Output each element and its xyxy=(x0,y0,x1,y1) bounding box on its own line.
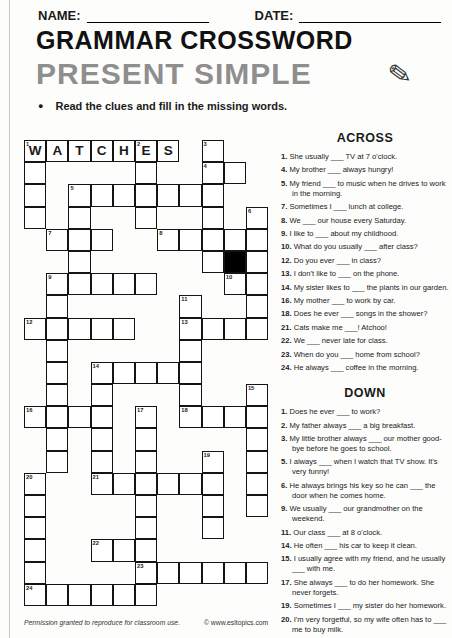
prefilled-letter: A xyxy=(52,144,62,158)
clue-number: 8 xyxy=(159,230,162,237)
clue-number: 5 xyxy=(70,185,73,192)
grid-cell[interactable] xyxy=(113,539,135,561)
grid-cell[interactable] xyxy=(68,207,90,229)
clue-item-number: 5. xyxy=(281,179,289,188)
grid-cell[interactable] xyxy=(179,384,201,406)
clue-number: 20 xyxy=(26,474,32,481)
grid-cell[interactable]: 23 xyxy=(135,562,157,584)
grid-cell[interactable]: H xyxy=(113,140,135,162)
prefilled-letter: H xyxy=(119,144,129,158)
name-date-row: NAME: DATE: xyxy=(38,8,444,23)
clue-item: 9. I like to ___ about my childhood. xyxy=(281,229,449,239)
grid-cell[interactable] xyxy=(224,406,246,428)
grid-cell[interactable] xyxy=(68,584,90,606)
name-label: NAME: xyxy=(38,8,81,23)
across-clue-list: 1. She usually ___ TV at 7 o'clock.4. My… xyxy=(281,152,449,373)
down-clue-list: 1. Does he ever ___ to work?2. My father… xyxy=(281,407,449,635)
grid-cell[interactable] xyxy=(113,318,135,340)
grid-cell[interactable] xyxy=(68,251,90,273)
clue-number: 7 xyxy=(48,230,51,237)
grid-cell[interactable]: 3 xyxy=(202,140,224,162)
grid-cell[interactable]: 2E xyxy=(135,140,157,162)
grid-cell[interactable] xyxy=(224,318,246,340)
grid-cell[interactable] xyxy=(202,406,224,428)
grid-cell[interactable] xyxy=(135,362,157,384)
grid-cell[interactable] xyxy=(246,473,268,495)
clue-item: 10. What do you usually ___ after class? xyxy=(281,242,449,252)
grid-cell[interactable] xyxy=(202,207,224,229)
clue-item: 7. Sometimes I ___ lunch at college. xyxy=(281,202,449,212)
prefilled-letter: W xyxy=(29,144,42,158)
grid-cell[interactable] xyxy=(135,495,157,517)
clue-item: 14. My sister likes to ___ the plants in… xyxy=(281,283,449,293)
clues-panel: ACROSS 1. She usually ___ TV at 7 o'cloc… xyxy=(281,131,449,638)
clue-number: 6 xyxy=(248,208,251,215)
clue-number: 18 xyxy=(181,407,187,414)
grid-cell[interactable]: 21 xyxy=(91,473,113,495)
grid-cell[interactable] xyxy=(24,562,46,584)
grid-cell[interactable] xyxy=(46,451,68,473)
grid-cell[interactable] xyxy=(179,362,201,384)
grid-cell[interactable] xyxy=(46,295,68,317)
clue-item: 3. My little brother always ___ our moth… xyxy=(281,434,449,454)
clue-number: 2 xyxy=(137,141,140,148)
grid-cell[interactable]: 24 xyxy=(24,584,46,606)
grid-cell[interactable]: 5 xyxy=(68,184,90,206)
clue-number: 21 xyxy=(93,474,99,481)
clue-number: 23 xyxy=(137,563,143,570)
prefilled-letter: S xyxy=(164,144,173,158)
grid-cell[interactable]: 1W xyxy=(24,140,46,162)
grid-cell[interactable] xyxy=(246,495,268,517)
clue-item: 23. When do you ___ home from school? xyxy=(281,350,449,360)
grid-cell[interactable] xyxy=(157,184,179,206)
crossword-grid: 1WATCH2ES3456789101112131415161718192021… xyxy=(24,140,268,606)
clue-item: 6. He always brings his key so he can __… xyxy=(281,481,449,501)
page-margin-line xyxy=(9,0,10,638)
grid-cell[interactable] xyxy=(246,229,268,251)
grid-cell[interactable] xyxy=(113,273,135,295)
grid-cell[interactable]: 15 xyxy=(246,384,268,406)
clue-item-number: 15. xyxy=(281,554,294,563)
grid-cell[interactable] xyxy=(24,517,46,539)
grid-cell[interactable] xyxy=(135,584,157,606)
grid-cell[interactable]: 9 xyxy=(46,273,68,295)
clue-item-number: 24. xyxy=(281,363,294,372)
clue-item-number: 19. xyxy=(281,601,294,610)
grid-cell[interactable] xyxy=(202,318,224,340)
bullet-icon: ● xyxy=(38,101,43,111)
clue-number: 11 xyxy=(181,296,187,303)
grid-cell[interactable] xyxy=(246,562,268,584)
clue-number: 10 xyxy=(226,274,232,281)
grid-cell[interactable] xyxy=(24,207,46,229)
grid-cell[interactable] xyxy=(202,517,224,539)
grid-cell[interactable] xyxy=(135,162,157,184)
grid-cell[interactable] xyxy=(46,362,68,384)
clue-item-number: 22. xyxy=(281,336,294,345)
clue-item-number: 16. xyxy=(281,296,294,305)
clue-item: 11. Our class ___ at 8 o'clock. xyxy=(281,528,449,538)
grid-cell[interactable] xyxy=(46,318,68,340)
grid-cell[interactable] xyxy=(24,184,46,206)
grid-cell[interactable] xyxy=(113,584,135,606)
grid-cell[interactable] xyxy=(135,451,157,473)
grid-cell[interactable]: A xyxy=(46,140,68,162)
down-heading: DOWN xyxy=(281,386,449,400)
grid-cell[interactable]: 17 xyxy=(135,406,157,428)
clue-item: 24. He always ___ coffee in the morning. xyxy=(281,363,449,373)
grid-cell[interactable] xyxy=(24,495,46,517)
page-subtitle: PRESENT SIMPLE xyxy=(36,57,312,91)
page-title: GRAMMAR CROSSWORD xyxy=(36,26,353,55)
clue-item-number: 11. xyxy=(281,528,293,537)
grid-cell[interactable]: 16 xyxy=(24,406,46,428)
grid-cell[interactable]: 8 xyxy=(157,229,179,251)
clue-item: 8. We ___ our house every Saturday. xyxy=(281,216,449,226)
grid-cell[interactable] xyxy=(179,184,201,206)
grid-cell[interactable] xyxy=(113,473,135,495)
grid-cell[interactable] xyxy=(91,428,113,450)
grid-cell[interactable]: 18 xyxy=(179,406,201,428)
clue-item-number: 21. xyxy=(281,323,294,332)
grid-cell[interactable] xyxy=(179,562,201,584)
clue-item: 4. My brother ___ always hungry! xyxy=(281,165,449,175)
clue-number: 15 xyxy=(248,385,254,392)
clue-item-number: 10. xyxy=(281,242,294,251)
grid-cell[interactable] xyxy=(224,162,246,184)
grid-cell[interactable] xyxy=(202,473,224,495)
grid-cell[interactable] xyxy=(202,184,224,206)
grid-cell[interactable]: 13 xyxy=(179,318,201,340)
clue-item-number: 2. xyxy=(281,421,289,430)
clue-item-number: 8. xyxy=(281,216,289,225)
grid-cell[interactable] xyxy=(68,273,90,295)
clue-item-number: 12. xyxy=(281,256,294,265)
grid-cell[interactable]: 6 xyxy=(246,207,268,229)
grid-cell[interactable] xyxy=(157,473,179,495)
clue-item-number: 23. xyxy=(281,350,294,359)
clue-item-number: 7. xyxy=(281,202,289,211)
clue-item-number: 4. xyxy=(281,165,289,174)
grid-cell[interactable]: 7 xyxy=(46,229,68,251)
clue-number: 17 xyxy=(137,407,143,414)
clue-item-number: 9. xyxy=(281,504,289,513)
clue-item: 21. Cats make me ___! Atchoo! xyxy=(281,323,449,333)
grid-cell[interactable] xyxy=(46,428,68,450)
grid-cell[interactable] xyxy=(179,340,201,362)
grid-cell[interactable] xyxy=(68,318,90,340)
clue-number: 24 xyxy=(26,585,32,592)
grid-cell[interactable]: T xyxy=(68,140,90,162)
clue-item: 22. We ___ never late for class. xyxy=(281,336,449,346)
clue-item: 1. Does he ever ___ to work? xyxy=(281,407,449,417)
grid-cell[interactable] xyxy=(113,362,135,384)
grid-cell[interactable] xyxy=(91,273,113,295)
grid-cell[interactable] xyxy=(91,229,113,251)
grid-cell[interactable] xyxy=(135,473,157,495)
clue-item: 5. I always ___ when I watch that TV sho… xyxy=(281,457,449,477)
grid-cell[interactable]: C xyxy=(91,140,113,162)
clue-item: 12. Do you ever ___ in class? xyxy=(281,256,449,266)
clue-item: 2. My father always ___ a big breakfast. xyxy=(281,421,449,431)
permission-text: Permission granted to reproduce for clas… xyxy=(24,619,180,626)
grid-cell[interactable]: 12 xyxy=(24,318,46,340)
grid-cell[interactable] xyxy=(24,539,46,561)
clue-number: 3 xyxy=(204,141,207,148)
grid-cell[interactable] xyxy=(91,384,113,406)
clue-item: 9. We usually ___ our grandmother on the… xyxy=(281,504,449,524)
grid-cell[interactable] xyxy=(246,251,268,273)
clue-item-number: 3. xyxy=(281,434,289,443)
grid-cell[interactable] xyxy=(68,229,90,251)
footer: Permission granted to reproduce for clas… xyxy=(24,619,444,626)
grid-cell[interactable] xyxy=(135,273,157,295)
grid-cell[interactable] xyxy=(46,584,68,606)
clue-item-number: 9. xyxy=(281,229,289,238)
clue-item: 13. I don't like to ___ on the phone. xyxy=(281,269,449,279)
grid-cell[interactable] xyxy=(179,229,201,251)
grid-cell[interactable] xyxy=(202,251,224,273)
clue-item-number: 6. xyxy=(281,481,289,490)
clue-item-number: 1. xyxy=(281,152,289,161)
clue-item: 17. She always ___ to do her homework. S… xyxy=(281,578,449,598)
clue-item-number: 18. xyxy=(281,309,294,318)
clue-number: 1 xyxy=(26,141,29,148)
grid-cell[interactable] xyxy=(135,184,157,206)
grid-cell[interactable] xyxy=(91,318,113,340)
grid-cell[interactable]: 11 xyxy=(179,295,201,317)
grid-cell[interactable]: 10 xyxy=(224,273,246,295)
prefilled-letter: C xyxy=(97,144,107,158)
grid-cell[interactable]: S xyxy=(157,140,179,162)
grid-cell[interactable] xyxy=(246,451,268,473)
grid-cell[interactable] xyxy=(246,273,268,295)
grid-cell[interactable] xyxy=(46,384,68,406)
clue-item-number: 5. xyxy=(281,457,289,466)
grid-cell[interactable] xyxy=(246,295,268,317)
grid-cell[interactable] xyxy=(135,539,157,561)
grid-cell[interactable]: 14 xyxy=(91,362,113,384)
blocked-cell xyxy=(224,251,246,273)
grid-cell[interactable] xyxy=(179,473,201,495)
clue-item-number: 13. xyxy=(281,269,294,278)
clue-number: 19 xyxy=(204,452,210,459)
copyright-text: © www.esltopics.com xyxy=(204,619,268,626)
clue-item: 16. My mother ___ to work by car. xyxy=(281,296,449,306)
prefilled-letter: T xyxy=(75,144,83,158)
grid-cell[interactable] xyxy=(157,562,179,584)
clue-number: 16 xyxy=(26,407,32,414)
grid-cell[interactable] xyxy=(202,495,224,517)
grid-cell[interactable]: 20 xyxy=(24,473,46,495)
grid-cell[interactable] xyxy=(91,451,113,473)
clue-number: 22 xyxy=(93,540,99,547)
grid-cell[interactable]: 4 xyxy=(202,162,224,184)
grid-cell[interactable] xyxy=(135,428,157,450)
grid-cell[interactable] xyxy=(91,406,113,428)
clue-item: 19. Sometimes I ___ my sister do her hom… xyxy=(281,601,449,611)
grid-cell[interactable] xyxy=(113,184,135,206)
grid-cell[interactable] xyxy=(246,428,268,450)
grid-cell[interactable] xyxy=(135,517,157,539)
grid-cell[interactable] xyxy=(246,406,268,428)
prefilled-letter: E xyxy=(142,144,151,158)
instruction-row: ● Read the clues and fill in the missing… xyxy=(38,100,287,112)
grid-cell[interactable] xyxy=(224,229,246,251)
clue-number: 14 xyxy=(93,363,99,370)
name-input-line[interactable] xyxy=(87,8,209,23)
date-input-line[interactable] xyxy=(299,8,441,23)
grid-cell[interactable] xyxy=(24,162,46,184)
grid-cell[interactable] xyxy=(224,562,246,584)
grid-cell[interactable] xyxy=(202,229,224,251)
date-label: DATE: xyxy=(255,8,294,23)
clue-number: 4 xyxy=(204,163,207,170)
grid-cell[interactable] xyxy=(91,184,113,206)
clue-number: 12 xyxy=(26,319,32,326)
clue-number: 9 xyxy=(48,274,51,281)
grid-cell[interactable]: 22 xyxy=(91,539,113,561)
clue-item: 1. She usually ___ TV at 7 o'clock. xyxy=(281,152,449,162)
grid-cell[interactable] xyxy=(135,207,157,229)
pencil-icon: ✎ xyxy=(386,57,414,93)
clue-item-number: 17. xyxy=(281,578,294,587)
clue-item: 14. He often ___ his car to keep it clea… xyxy=(281,541,449,551)
clue-item: 15. I usually agree with my friend, and … xyxy=(281,554,449,574)
grid-cell[interactable] xyxy=(46,340,68,362)
instruction-text: Read the clues and fill in the missing w… xyxy=(55,100,287,112)
across-heading: ACROSS xyxy=(281,131,449,145)
clue-item: 5. My friend ___ to music when he drives… xyxy=(281,179,449,199)
clue-item-number: 14. xyxy=(281,283,294,292)
clue-item-number: 1. xyxy=(281,407,289,416)
grid-cell[interactable]: 19 xyxy=(202,451,224,473)
grid-cell[interactable] xyxy=(202,562,224,584)
grid-cell[interactable] xyxy=(68,406,90,428)
grid-cell[interactable] xyxy=(91,584,113,606)
grid-cell[interactable] xyxy=(157,362,179,384)
clue-item-number: 14. xyxy=(281,541,294,550)
clue-number: 13 xyxy=(181,319,187,326)
clue-item: 18. Does he ever ___ songs in the shower… xyxy=(281,309,449,319)
grid-cell[interactable] xyxy=(46,406,68,428)
grid-cell[interactable] xyxy=(246,318,268,340)
